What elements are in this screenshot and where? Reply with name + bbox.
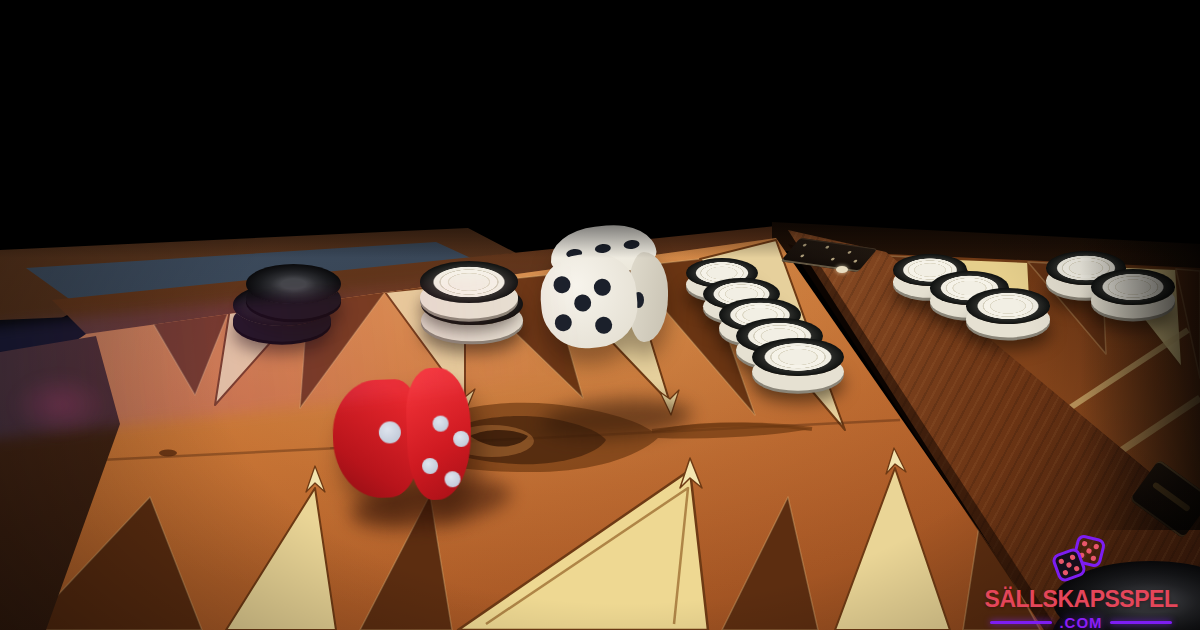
tld-line-right [1110, 621, 1172, 624]
dice-icon [1048, 530, 1114, 586]
tld-line-left [990, 621, 1052, 624]
sallskapsspel-logo: SÄLLSKAPSSPEL .COM [972, 530, 1190, 630]
brand-tld-row: .COM [990, 614, 1171, 630]
brand-tld: .COM [1059, 614, 1102, 630]
backgammon-scene: SÄLLSKAPSSPEL .COM [0, 0, 1200, 630]
brand-wordmark: SÄLLSKAPSSPEL [985, 586, 1178, 613]
